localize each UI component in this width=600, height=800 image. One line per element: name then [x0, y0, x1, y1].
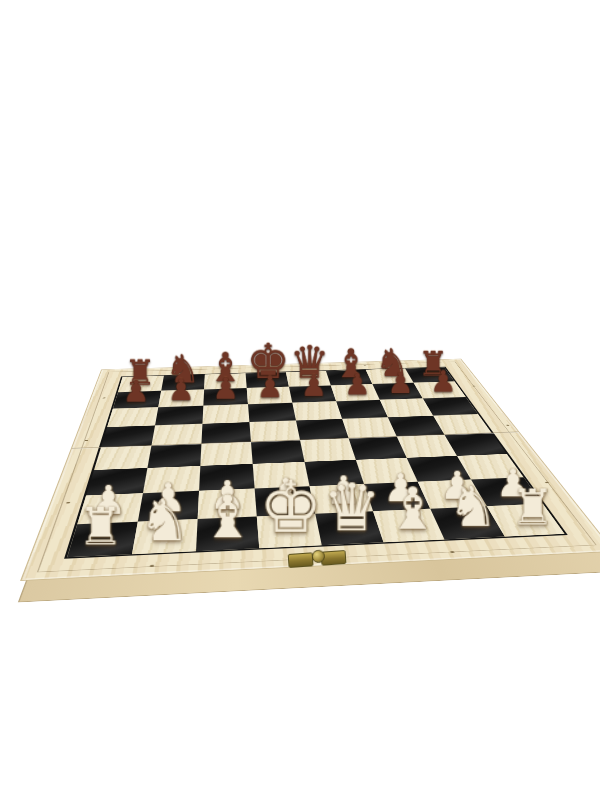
piece-black-pawn[interactable]: ♟ [292, 371, 336, 401]
square-d7[interactable]: ♟ [289, 385, 336, 402]
piece-white-rook[interactable]: ♜ [69, 500, 132, 552]
piece-black-pawn[interactable]: ♟ [159, 375, 203, 405]
board-top-surface: ♜♞♝♚♛♝♞♜♟♟♟♟♟♟♟♟♟♟♟♟♟♟♟♟♜♞♝♚♛♝♞♜ [20, 359, 600, 581]
square-h5[interactable] [101, 425, 155, 447]
frame-screws [102, 370, 105, 371]
piece-black-pawn[interactable]: ♟ [422, 367, 465, 396]
piece-black-pawn[interactable]: ♟ [204, 373, 248, 403]
square-e4[interactable] [251, 440, 305, 464]
square-f6[interactable] [202, 404, 249, 423]
square-g5[interactable] [151, 424, 202, 446]
square-e1[interactable]: ♚ [257, 514, 322, 548]
square-e5[interactable] [249, 420, 300, 441]
square-c1[interactable]: ♝ [373, 509, 444, 543]
square-f7[interactable]: ♟ [203, 388, 248, 406]
square-b7[interactable]: ♟ [372, 383, 422, 400]
square-d6[interactable] [292, 401, 342, 420]
piece-white-rook[interactable]: ♜ [502, 482, 563, 532]
product-photo-page: ♜♞♝♚♛♝♞♜♟♟♟♟♟♟♟♟♟♟♟♟♟♟♟♟♜♞♝♚♛♝♞♜ [0, 0, 600, 800]
square-d1[interactable]: ♛ [315, 511, 383, 545]
square-c7[interactable]: ♟ [331, 384, 380, 401]
square-g7[interactable]: ♟ [158, 389, 204, 407]
latch-plate-left [288, 552, 314, 568]
chessboard-scene: ♜♞♝♚♛♝♞♜♟♟♟♟♟♟♟♟♟♟♟♟♟♟♟♟♜♞♝♚♛♝♞♜ [20, 312, 580, 568]
piece-white-knight[interactable]: ♞ [133, 491, 196, 549]
square-c6[interactable] [336, 400, 388, 419]
square-h6[interactable] [107, 407, 158, 427]
piece-black-pawn[interactable]: ♟ [114, 376, 159, 406]
square-f1[interactable]: ♝ [196, 516, 259, 551]
square-g1[interactable]: ♞ [132, 519, 198, 554]
square-h1[interactable]: ♜ [67, 522, 138, 558]
piece-white-queen[interactable]: ♛ [321, 475, 383, 541]
piece-black-pawn[interactable]: ♟ [379, 368, 423, 397]
square-a5[interactable] [433, 414, 492, 435]
square-g6[interactable] [155, 406, 203, 426]
piece-black-pawn[interactable]: ♟ [335, 369, 379, 398]
square-f5[interactable] [201, 422, 251, 444]
piece-white-knight[interactable]: ♞ [442, 479, 503, 535]
square-h4[interactable] [94, 445, 151, 470]
piece-white-bishop[interactable]: ♝ [196, 487, 259, 546]
square-d5[interactable] [296, 419, 349, 440]
square-e7[interactable]: ♟ [247, 387, 293, 405]
square-d4[interactable] [300, 438, 356, 462]
piece-black-pawn[interactable]: ♟ [248, 372, 292, 402]
chess-board: ♜♞♝♚♛♝♞♜♟♟♟♟♟♟♟♟♟♟♟♟♟♟♟♟♜♞♝♚♛♝♞♜ [20, 359, 600, 581]
piece-white-king[interactable]: ♚ [259, 472, 321, 543]
piece-white-bishop[interactable]: ♝ [382, 480, 443, 538]
square-h7[interactable]: ♟ [113, 391, 161, 409]
